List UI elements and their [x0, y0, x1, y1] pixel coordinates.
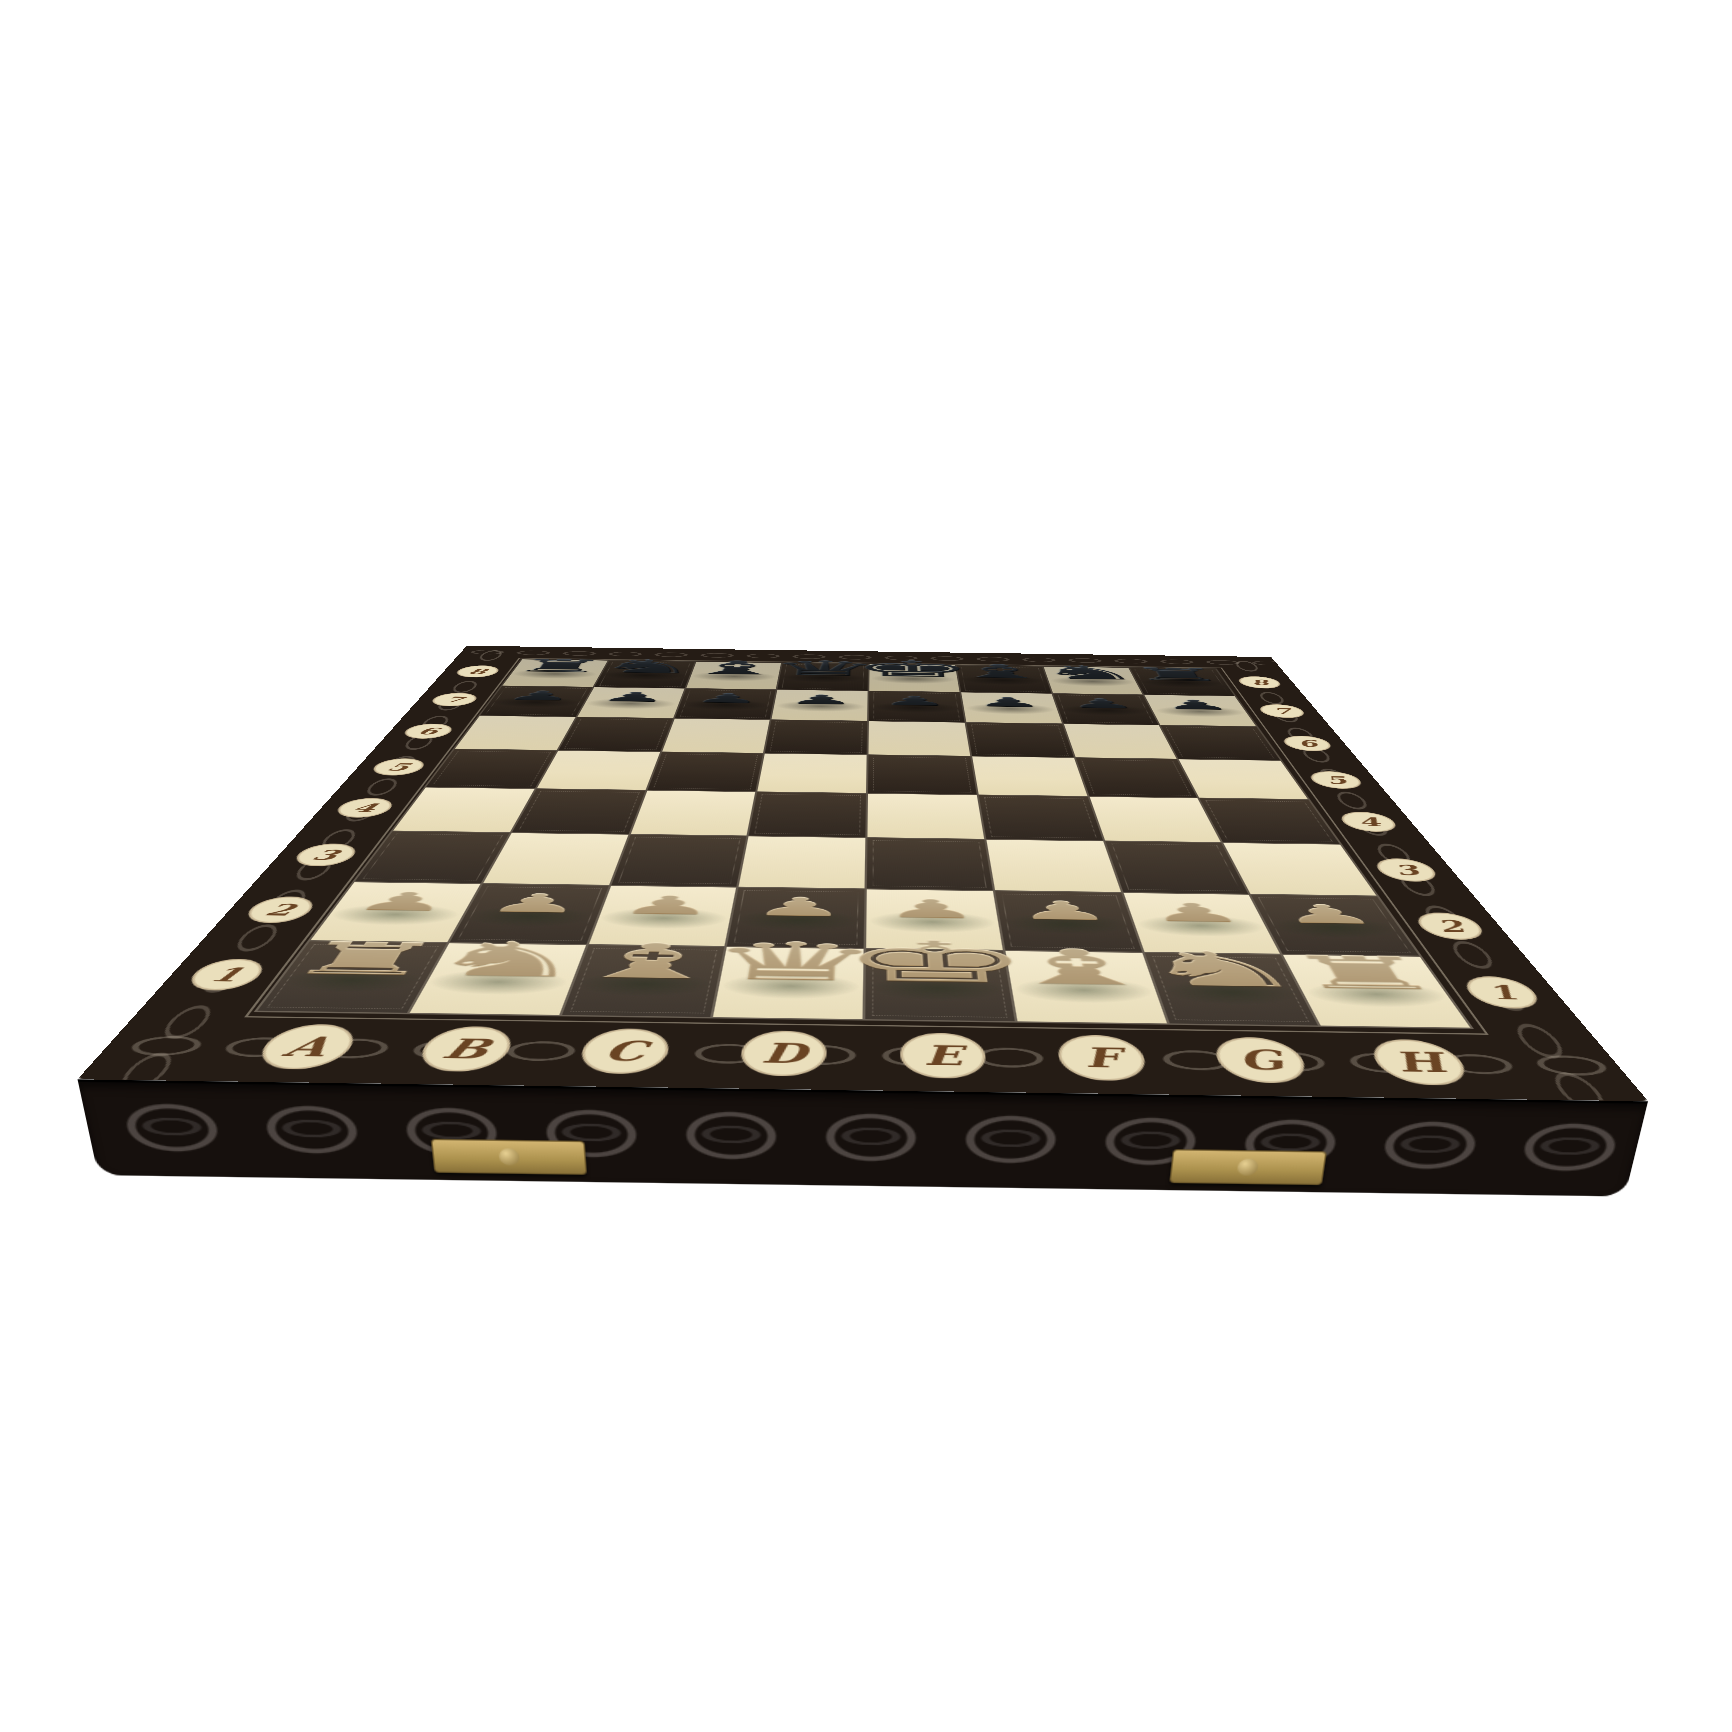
square-g4[interactable]	[1089, 797, 1221, 842]
square-e1[interactable]	[865, 949, 1014, 1021]
piece-black-pawn-g7[interactable]: ♟	[1066, 696, 1139, 710]
piece-black-pawn-h7[interactable]: ♟	[1159, 698, 1234, 712]
square-b1[interactable]	[409, 943, 585, 1015]
square-g2[interactable]	[1123, 893, 1280, 954]
square-b6[interactable]	[558, 717, 672, 751]
file-label-c: C	[575, 1028, 673, 1074]
rank-label-right-3: 3	[1370, 858, 1443, 882]
square-d1[interactable]	[713, 947, 863, 1019]
pieces-layer: ♜♞♝♛♚♝♞♜♟♟♟♟♟♟♟♟♟♟♟♟♟♟♟♟♜♞♝♛♚♝♞♜	[467, 646, 1271, 657]
square-a2[interactable]	[311, 882, 481, 942]
piece-black-pawn-c7[interactable]: ♟	[692, 691, 763, 705]
square-c1[interactable]	[561, 945, 724, 1017]
square-e5[interactable]	[868, 755, 976, 794]
rank-label-left-2: 2	[239, 896, 321, 923]
square-c3[interactable]	[611, 835, 747, 887]
square-b4[interactable]	[512, 789, 645, 834]
rank-label-left-6: 6	[399, 723, 456, 739]
rank-label-right-7: 7	[1256, 704, 1309, 718]
piece-black-pawn-d7[interactable]: ♟	[787, 693, 856, 707]
chess-board: ABCDEFGH1234567812345678 ♜♞♝♛♚♝♞♜♟♟♟♟♟♟♟…	[78, 646, 1649, 1101]
square-a5[interactable]	[426, 749, 556, 788]
scene: ABCDEFGH1234567812345678 ♜♞♝♛♚♝♞♜♟♟♟♟♟♟♟…	[0, 0, 1732, 1732]
square-d3[interactable]	[739, 836, 865, 888]
square-g3[interactable]	[1105, 841, 1248, 893]
brass-latch-icon	[1169, 1149, 1327, 1185]
piece-black-pawn-e7[interactable]: ♟	[881, 694, 949, 708]
square-c2[interactable]	[588, 886, 736, 946]
rank-label-right-8: 8	[1235, 676, 1284, 689]
square-f1[interactable]	[1005, 951, 1166, 1023]
rank-label-right-2: 2	[1410, 912, 1491, 940]
square-h5[interactable]	[1179, 759, 1308, 799]
rank-label-right-6: 6	[1279, 735, 1336, 751]
piece-black-pawn-f7[interactable]: ♟	[974, 695, 1045, 709]
rank-label-right-5: 5	[1306, 771, 1367, 789]
square-f3[interactable]	[986, 840, 1120, 892]
square-e6[interactable]	[868, 721, 970, 756]
rank-label-right-1: 1	[1457, 976, 1547, 1009]
file-label-f: F	[1054, 1035, 1151, 1082]
square-b3[interactable]	[483, 833, 628, 885]
square-h4[interactable]	[1200, 798, 1340, 843]
square-d2[interactable]	[727, 887, 864, 948]
rank-label-left-8: 8	[453, 665, 503, 677]
square-d5[interactable]	[758, 754, 867, 793]
file-label-b: B	[412, 1026, 519, 1072]
box-front-face	[78, 1079, 1649, 1196]
brass-latch-icon	[431, 1139, 587, 1175]
square-f4[interactable]	[979, 795, 1103, 840]
square-a4[interactable]	[393, 788, 534, 833]
piece-black-pawn-a7[interactable]: ♟	[502, 689, 578, 703]
file-label-g: G	[1209, 1037, 1314, 1084]
square-c6[interactable]	[662, 718, 770, 753]
square-h3[interactable]	[1224, 843, 1377, 895]
square-e3[interactable]	[867, 838, 993, 890]
square-g6[interactable]	[1063, 724, 1176, 759]
square-a6[interactable]	[455, 716, 575, 750]
square-g1[interactable]	[1144, 953, 1318, 1025]
square-f6[interactable]	[966, 723, 1073, 758]
piece-black-pawn-b7[interactable]: ♟	[597, 690, 670, 704]
rank-label-left-3: 3	[288, 843, 362, 866]
square-d4[interactable]	[749, 792, 866, 837]
square-h2[interactable]	[1251, 895, 1419, 956]
piece-black-king-e8[interactable]: ♚	[852, 657, 975, 681]
file-label-a: A	[249, 1024, 364, 1070]
photo-background: ABCDEFGH1234567812345678 ♜♞♝♛♚♝♞♜♟♟♟♟♟♟♟…	[0, 0, 1732, 1732]
square-e4[interactable]	[867, 794, 983, 839]
file-label-e: E	[900, 1032, 989, 1079]
square-c4[interactable]	[630, 791, 755, 836]
square-f2[interactable]	[995, 891, 1141, 952]
square-h1[interactable]	[1283, 955, 1470, 1028]
square-h6[interactable]	[1161, 725, 1280, 760]
square-g5[interactable]	[1075, 758, 1197, 798]
square-a1[interactable]	[257, 941, 446, 1012]
rank-label-left-7: 7	[428, 693, 481, 707]
rank-label-left-1: 1	[181, 958, 272, 990]
square-d6[interactable]	[765, 720, 867, 755]
square-e2[interactable]	[866, 889, 1002, 950]
square-f5[interactable]	[972, 757, 1087, 796]
square-a3[interactable]	[355, 831, 509, 882]
rank-label-left-4: 4	[331, 798, 398, 818]
square-c5[interactable]	[647, 752, 763, 791]
square-b2[interactable]	[449, 884, 608, 944]
square-b5[interactable]	[537, 751, 660, 790]
rank-label-left-5: 5	[367, 758, 429, 776]
file-label-h: H	[1363, 1039, 1477, 1086]
rank-label-right-4: 4	[1336, 811, 1403, 832]
file-label-d: D	[738, 1030, 828, 1077]
